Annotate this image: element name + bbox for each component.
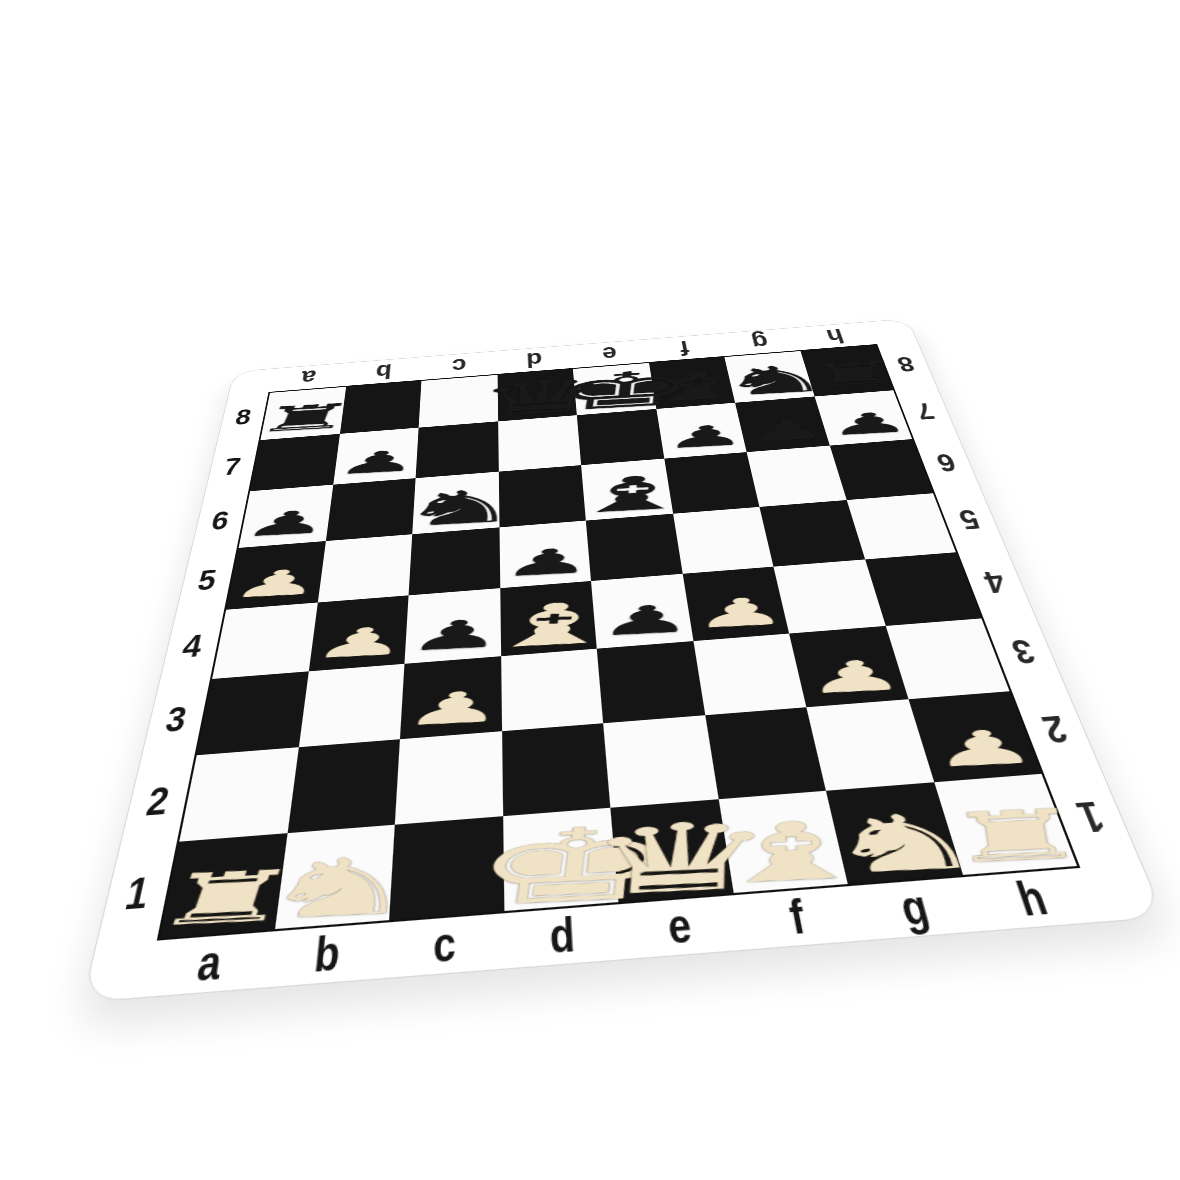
chess-mat: 8877665544332211aabbccddeeffgghh ♜♛♚♝♞♜♟…: [81, 318, 1165, 1003]
piece-black-bishop-e6[interactable]: ♝: [554, 467, 708, 522]
rank-label-right-5: 5: [941, 504, 999, 536]
square-h3[interactable]: [885, 618, 1009, 699]
file-label-bottom-d: d: [503, 906, 623, 965]
square-b2[interactable]: [287, 739, 400, 832]
square-e2[interactable]: [603, 715, 718, 807]
square-b1[interactable]: [274, 824, 394, 929]
square-b3[interactable]: [298, 663, 404, 747]
square-g3[interactable]: [789, 626, 908, 708]
rank-label-left-7: 7: [208, 452, 256, 480]
square-g2[interactable]: [806, 699, 933, 790]
square-f2[interactable]: [705, 707, 826, 799]
square-c2[interactable]: [395, 731, 503, 824]
square-h6[interactable]: [829, 439, 933, 500]
rank-label-right-2: 2: [1020, 709, 1091, 752]
rank-label-right-3: 3: [991, 633, 1057, 672]
square-g1[interactable]: [826, 782, 963, 884]
square-h4[interactable]: [865, 552, 982, 625]
file-label-bottom-g: g: [850, 879, 981, 937]
square-c3[interactable]: [400, 656, 502, 739]
piece-black-king-e8[interactable]: ♚: [548, 363, 690, 419]
scene: 8877665544332211aabbccddeeffgghh ♜♛♚♝♞♜♟…: [0, 0, 1180, 1180]
square-d2[interactable]: [502, 723, 611, 815]
rank-label-left-1: 1: [103, 868, 172, 919]
file-label-bottom-a: a: [146, 933, 272, 993]
square-f5[interactable]: [673, 507, 774, 574]
rank-label-right-6: 6: [919, 449, 974, 478]
square-f1[interactable]: [718, 790, 848, 893]
square-a1[interactable]: [160, 833, 287, 938]
square-d7[interactable]: [498, 415, 581, 472]
file-label-bottom-b: b: [265, 924, 387, 983]
rank-label-right-1: 1: [1053, 794, 1129, 842]
file-label-bottom-h: h: [965, 869, 1099, 927]
square-h5[interactable]: [846, 493, 956, 560]
square-e1[interactable]: [610, 799, 733, 902]
square-h1[interactable]: [934, 773, 1078, 875]
file-label-bottom-c: c: [385, 915, 504, 974]
rank-label-left-2: 2: [126, 778, 190, 823]
rank-label-left-4: 4: [164, 628, 220, 664]
file-label-bottom-f: f: [734, 888, 861, 946]
square-f3[interactable]: [693, 633, 806, 715]
square-h2[interactable]: [908, 691, 1041, 782]
rank-label-right-4: 4: [964, 565, 1026, 600]
square-d1[interactable]: [503, 807, 619, 911]
square-a2[interactable]: [179, 747, 298, 841]
square-d3[interactable]: [501, 648, 604, 731]
square-a3[interactable]: [197, 671, 309, 755]
file-label-bottom-e: e: [619, 897, 742, 955]
square-e3[interactable]: [597, 641, 705, 724]
square-c1[interactable]: [389, 816, 504, 920]
rank-label-left-3: 3: [146, 699, 206, 739]
